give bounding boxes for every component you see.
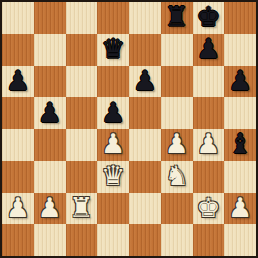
white-pawn-b2: ♟ xyxy=(38,194,62,221)
black-queen-d7: ♛ xyxy=(101,35,125,62)
square-h5[interactable] xyxy=(224,97,256,129)
square-b4[interactable] xyxy=(34,129,66,161)
square-a6[interactable]: ♟ xyxy=(2,66,34,98)
square-d3[interactable]: ♛ xyxy=(97,161,129,193)
square-e7[interactable] xyxy=(129,34,161,66)
black-pawn-g7: ♟ xyxy=(196,35,220,62)
square-d5[interactable]: ♟ xyxy=(97,97,129,129)
square-b3[interactable] xyxy=(34,161,66,193)
square-g7[interactable]: ♟ xyxy=(193,34,225,66)
square-g8[interactable]: ♚ xyxy=(193,2,225,34)
white-knight-f3: ♞ xyxy=(165,162,189,189)
white-pawn-f4: ♟ xyxy=(165,130,189,157)
square-h1[interactable] xyxy=(224,224,256,256)
chess-board-frame: ♜♚♛♟♟♟♟♟♟♟♟♟♝♛♞♟♟♜♚♟ xyxy=(0,0,258,258)
square-c4[interactable] xyxy=(66,129,98,161)
square-c3[interactable] xyxy=(66,161,98,193)
square-g3[interactable] xyxy=(193,161,225,193)
square-a7[interactable] xyxy=(2,34,34,66)
white-pawn-h2: ♟ xyxy=(228,194,252,221)
square-f4[interactable]: ♟ xyxy=(161,129,193,161)
square-g5[interactable] xyxy=(193,97,225,129)
black-king-g8: ♚ xyxy=(196,3,220,30)
square-f8[interactable]: ♜ xyxy=(161,2,193,34)
square-a5[interactable] xyxy=(2,97,34,129)
black-pawn-a6: ♟ xyxy=(6,67,30,94)
square-f6[interactable] xyxy=(161,66,193,98)
square-b8[interactable] xyxy=(34,2,66,34)
square-f7[interactable] xyxy=(161,34,193,66)
square-h4[interactable]: ♝ xyxy=(224,129,256,161)
square-f3[interactable]: ♞ xyxy=(161,161,193,193)
square-g6[interactable] xyxy=(193,66,225,98)
black-rook-f8: ♜ xyxy=(165,3,189,30)
square-b1[interactable] xyxy=(34,224,66,256)
square-e3[interactable] xyxy=(129,161,161,193)
white-pawn-g4: ♟ xyxy=(196,130,220,157)
square-e1[interactable] xyxy=(129,224,161,256)
square-b7[interactable] xyxy=(34,34,66,66)
black-pawn-e6: ♟ xyxy=(133,67,157,94)
square-a1[interactable] xyxy=(2,224,34,256)
square-h3[interactable] xyxy=(224,161,256,193)
square-h6[interactable]: ♟ xyxy=(224,66,256,98)
black-bishop-h4: ♝ xyxy=(228,130,252,157)
square-h7[interactable] xyxy=(224,34,256,66)
square-a8[interactable] xyxy=(2,2,34,34)
square-g1[interactable] xyxy=(193,224,225,256)
square-e5[interactable] xyxy=(129,97,161,129)
white-king-g2: ♚ xyxy=(196,194,220,221)
white-rook-c2: ♜ xyxy=(69,194,93,221)
square-e8[interactable] xyxy=(129,2,161,34)
square-f5[interactable] xyxy=(161,97,193,129)
square-h8[interactable] xyxy=(224,2,256,34)
black-pawn-d5: ♟ xyxy=(101,99,125,126)
square-c7[interactable] xyxy=(66,34,98,66)
square-c5[interactable] xyxy=(66,97,98,129)
square-a4[interactable] xyxy=(2,129,34,161)
square-c1[interactable] xyxy=(66,224,98,256)
square-d4[interactable]: ♟ xyxy=(97,129,129,161)
square-b2[interactable]: ♟ xyxy=(34,193,66,225)
square-a3[interactable] xyxy=(2,161,34,193)
square-h2[interactable]: ♟ xyxy=(224,193,256,225)
square-g4[interactable]: ♟ xyxy=(193,129,225,161)
square-c2[interactable]: ♜ xyxy=(66,193,98,225)
square-c6[interactable] xyxy=(66,66,98,98)
square-d2[interactable] xyxy=(97,193,129,225)
chess-board: ♜♚♛♟♟♟♟♟♟♟♟♟♝♛♞♟♟♜♚♟ xyxy=(2,2,256,256)
white-queen-d3: ♛ xyxy=(101,162,125,189)
square-c8[interactable] xyxy=(66,2,98,34)
white-pawn-d4: ♟ xyxy=(101,130,125,157)
square-d7[interactable]: ♛ xyxy=(97,34,129,66)
square-d8[interactable] xyxy=(97,2,129,34)
square-a2[interactable]: ♟ xyxy=(2,193,34,225)
square-f1[interactable] xyxy=(161,224,193,256)
white-pawn-a2: ♟ xyxy=(6,194,30,221)
black-pawn-b5: ♟ xyxy=(38,99,62,126)
black-pawn-h6: ♟ xyxy=(228,67,252,94)
square-d6[interactable] xyxy=(97,66,129,98)
square-d1[interactable] xyxy=(97,224,129,256)
square-g2[interactable]: ♚ xyxy=(193,193,225,225)
square-e4[interactable] xyxy=(129,129,161,161)
square-e6[interactable]: ♟ xyxy=(129,66,161,98)
square-f2[interactable] xyxy=(161,193,193,225)
square-b5[interactable]: ♟ xyxy=(34,97,66,129)
square-e2[interactable] xyxy=(129,193,161,225)
square-b6[interactable] xyxy=(34,66,66,98)
